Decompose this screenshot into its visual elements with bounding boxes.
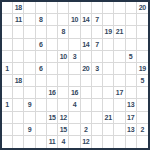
cell-r5c4[interactable] — [47, 63, 58, 75]
cell-r4c1[interactable] — [13, 51, 24, 63]
cell-r1c7[interactable]: 14 — [81, 14, 92, 26]
puzzle-board: 1820118101478192161471035162031918516161… — [0, 0, 150, 150]
cell-r5c5[interactable] — [58, 63, 69, 75]
cell-r5c10[interactable] — [114, 63, 125, 75]
puzzle-page: 1820118101478192161471035162031918516161… — [0, 0, 150, 150]
cell-r8c4[interactable] — [47, 99, 58, 111]
cell-r0c4[interactable] — [47, 2, 58, 14]
cell-r1c3[interactable]: 8 — [36, 14, 47, 26]
cell-r11c8[interactable] — [92, 136, 103, 148]
cell-r10c7[interactable]: 2 — [81, 124, 92, 136]
cell-r4c0[interactable] — [2, 51, 13, 63]
cell-r0c7[interactable] — [81, 2, 92, 14]
cell-r5c2[interactable] — [24, 63, 35, 75]
cell-r3c4[interactable] — [47, 39, 58, 51]
cell-r6c3[interactable] — [36, 75, 47, 87]
cell-r1c1[interactable]: 11 — [13, 14, 24, 26]
cell-r8c3[interactable] — [36, 99, 47, 111]
cell-r7c10[interactable]: 17 — [114, 87, 125, 99]
cell-r11c3[interactable] — [36, 136, 47, 148]
cell-r3c9[interactable] — [103, 39, 114, 51]
cell-r2c1[interactable] — [13, 26, 24, 38]
cell-r11c5[interactable]: 4 — [58, 136, 69, 148]
cell-r0c0[interactable] — [2, 2, 13, 14]
cell-r4c7[interactable] — [81, 51, 92, 63]
cell-r0c11[interactable] — [126, 2, 137, 14]
cell-r6c12[interactable]: 5 — [137, 75, 148, 87]
cell-r8c5[interactable] — [58, 99, 69, 111]
cell-r9c7[interactable] — [81, 112, 92, 124]
cell-r6c5[interactable] — [58, 75, 69, 87]
cell-r1c9[interactable] — [103, 14, 114, 26]
cell-r3c7[interactable]: 14 — [81, 39, 92, 51]
cell-r6c10[interactable] — [114, 75, 125, 87]
cell-r10c5[interactable]: 15 — [58, 124, 69, 136]
cell-r6c1[interactable]: 18 — [13, 75, 24, 87]
cell-r4c8[interactable] — [92, 51, 103, 63]
cell-r1c12[interactable] — [137, 14, 148, 26]
cell-r9c10[interactable] — [114, 112, 125, 124]
cell-r3c10[interactable] — [114, 39, 125, 51]
cell-r5c6[interactable] — [69, 63, 80, 75]
cell-r9c4[interactable]: 15 — [47, 112, 58, 124]
cell-r6c2[interactable] — [24, 75, 35, 87]
cell-r10c3[interactable] — [36, 124, 47, 136]
cell-r0c10[interactable] — [114, 2, 125, 14]
cell-r11c4[interactable]: 11 — [47, 136, 58, 148]
cell-r2c11[interactable] — [126, 26, 137, 38]
cell-r4c2[interactable] — [24, 51, 35, 63]
cell-r6c0[interactable] — [2, 75, 13, 87]
cell-r7c5[interactable] — [58, 87, 69, 99]
cell-r9c2[interactable] — [24, 112, 35, 124]
cell-r7c4[interactable]: 16 — [47, 87, 58, 99]
cell-r10c2[interactable]: 9 — [24, 124, 35, 136]
cell-r0c9[interactable] — [103, 2, 114, 14]
cell-r7c0[interactable] — [2, 87, 13, 99]
cell-r9c8[interactable] — [92, 112, 103, 124]
cell-r4c11[interactable]: 5 — [126, 51, 137, 63]
cell-r6c4[interactable] — [47, 75, 58, 87]
cell-r9c3[interactable] — [36, 112, 47, 124]
cell-r6c11[interactable] — [126, 75, 137, 87]
cell-r4c6[interactable]: 3 — [69, 51, 80, 63]
cell-r2c9[interactable]: 19 — [103, 26, 114, 38]
cell-r5c12[interactable]: 19 — [137, 63, 148, 75]
cell-r11c6[interactable] — [69, 136, 80, 148]
cell-r6c8[interactable] — [92, 75, 103, 87]
cell-r9c0[interactable] — [2, 112, 13, 124]
cell-r3c11[interactable] — [126, 39, 137, 51]
cell-r11c0[interactable] — [2, 136, 13, 148]
cell-r1c10[interactable] — [114, 14, 125, 26]
cell-r8c12[interactable] — [137, 99, 148, 111]
cell-r9c5[interactable]: 12 — [58, 112, 69, 124]
cell-r2c10[interactable]: 21 — [114, 26, 125, 38]
cell-r1c8[interactable]: 7 — [92, 14, 103, 26]
cell-r5c8[interactable]: 3 — [92, 63, 103, 75]
cell-r3c6[interactable] — [69, 39, 80, 51]
cell-r1c2[interactable] — [24, 14, 35, 26]
cell-r5c9[interactable] — [103, 63, 114, 75]
cell-r11c1[interactable] — [13, 136, 24, 148]
cell-r4c12[interactable] — [137, 51, 148, 63]
cell-r3c8[interactable]: 7 — [92, 39, 103, 51]
cell-r9c9[interactable]: 21 — [103, 112, 114, 124]
cell-r5c7[interactable]: 20 — [81, 63, 92, 75]
cell-r7c3[interactable] — [36, 87, 47, 99]
cell-r0c12[interactable]: 20 — [137, 2, 148, 14]
cell-r8c9[interactable] — [103, 99, 114, 111]
cell-r9c6[interactable] — [69, 112, 80, 124]
cell-r7c12[interactable] — [137, 87, 148, 99]
cell-r2c12[interactable] — [137, 26, 148, 38]
cell-r7c9[interactable] — [103, 87, 114, 99]
cell-r2c4[interactable] — [47, 26, 58, 38]
cell-r7c1[interactable] — [13, 87, 24, 99]
cell-r5c11[interactable] — [126, 63, 137, 75]
cell-r6c6[interactable] — [69, 75, 80, 87]
cell-r4c4[interactable] — [47, 51, 58, 63]
cell-r0c2[interactable] — [24, 2, 35, 14]
cell-r10c1[interactable] — [13, 124, 24, 136]
cell-r10c0[interactable] — [2, 124, 13, 136]
cell-r6c7[interactable] — [81, 75, 92, 87]
cell-r3c2[interactable] — [24, 39, 35, 51]
cell-r4c3[interactable] — [36, 51, 47, 63]
cell-r3c3[interactable]: 6 — [36, 39, 47, 51]
cell-r2c8[interactable] — [92, 26, 103, 38]
cell-r2c7[interactable] — [81, 26, 92, 38]
cell-r1c6[interactable]: 10 — [69, 14, 80, 26]
cell-r11c11[interactable] — [126, 136, 137, 148]
cell-r10c12[interactable]: 2 — [137, 124, 148, 136]
cell-r8c10[interactable] — [114, 99, 125, 111]
cell-r5c0[interactable]: 1 — [2, 63, 13, 75]
cell-r10c8[interactable] — [92, 124, 103, 136]
cell-r9c1[interactable] — [13, 112, 24, 124]
cell-r11c12[interactable] — [137, 136, 148, 148]
cell-r0c5[interactable] — [58, 2, 69, 14]
cell-r9c12[interactable] — [137, 112, 148, 124]
cell-r8c0[interactable]: 1 — [2, 99, 13, 111]
cell-r3c5[interactable] — [58, 39, 69, 51]
cell-r10c11[interactable]: 13 — [126, 124, 137, 136]
cell-r4c5[interactable]: 10 — [58, 51, 69, 63]
cell-r8c7[interactable] — [81, 99, 92, 111]
cell-r11c10[interactable] — [114, 136, 125, 148]
cell-r1c0[interactable] — [2, 14, 13, 26]
cell-r1c4[interactable] — [47, 14, 58, 26]
cell-r5c3[interactable]: 6 — [36, 63, 47, 75]
cell-r6c9[interactable] — [103, 75, 114, 87]
cell-r7c2[interactable] — [24, 87, 35, 99]
cell-r3c1[interactable] — [13, 39, 24, 51]
cell-r8c6[interactable]: 4 — [69, 99, 80, 111]
cell-r10c10[interactable] — [114, 124, 125, 136]
cell-r11c7[interactable]: 12 — [81, 136, 92, 148]
cell-r2c6[interactable] — [69, 26, 80, 38]
cell-r8c1[interactable] — [13, 99, 24, 111]
cell-r7c8[interactable] — [92, 87, 103, 99]
cell-r9c11[interactable]: 17 — [126, 112, 137, 124]
cell-r11c2[interactable] — [24, 136, 35, 148]
cell-r10c4[interactable] — [47, 124, 58, 136]
cell-r2c5[interactable]: 8 — [58, 26, 69, 38]
cell-r2c3[interactable] — [36, 26, 47, 38]
cell-r0c1[interactable]: 18 — [13, 2, 24, 14]
cell-r4c9[interactable] — [103, 51, 114, 63]
cell-r10c9[interactable] — [103, 124, 114, 136]
cell-r4c10[interactable] — [114, 51, 125, 63]
cell-r3c12[interactable] — [137, 39, 148, 51]
cell-r11c9[interactable] — [103, 136, 114, 148]
cell-r1c11[interactable] — [126, 14, 137, 26]
cell-r5c1[interactable] — [13, 63, 24, 75]
cell-r0c6[interactable] — [69, 2, 80, 14]
cell-r2c0[interactable] — [2, 26, 13, 38]
cell-r2c2[interactable] — [24, 26, 35, 38]
cell-r8c2[interactable]: 9 — [24, 99, 35, 111]
cell-r8c11[interactable]: 13 — [126, 99, 137, 111]
cell-r1c5[interactable] — [58, 14, 69, 26]
cell-r3c0[interactable] — [2, 39, 13, 51]
cell-r8c8[interactable] — [92, 99, 103, 111]
cell-r7c7[interactable] — [81, 87, 92, 99]
cell-r10c6[interactable] — [69, 124, 80, 136]
cell-r0c8[interactable] — [92, 2, 103, 14]
cell-r7c6[interactable]: 16 — [69, 87, 80, 99]
cell-r7c11[interactable] — [126, 87, 137, 99]
cell-r0c3[interactable] — [36, 2, 47, 14]
